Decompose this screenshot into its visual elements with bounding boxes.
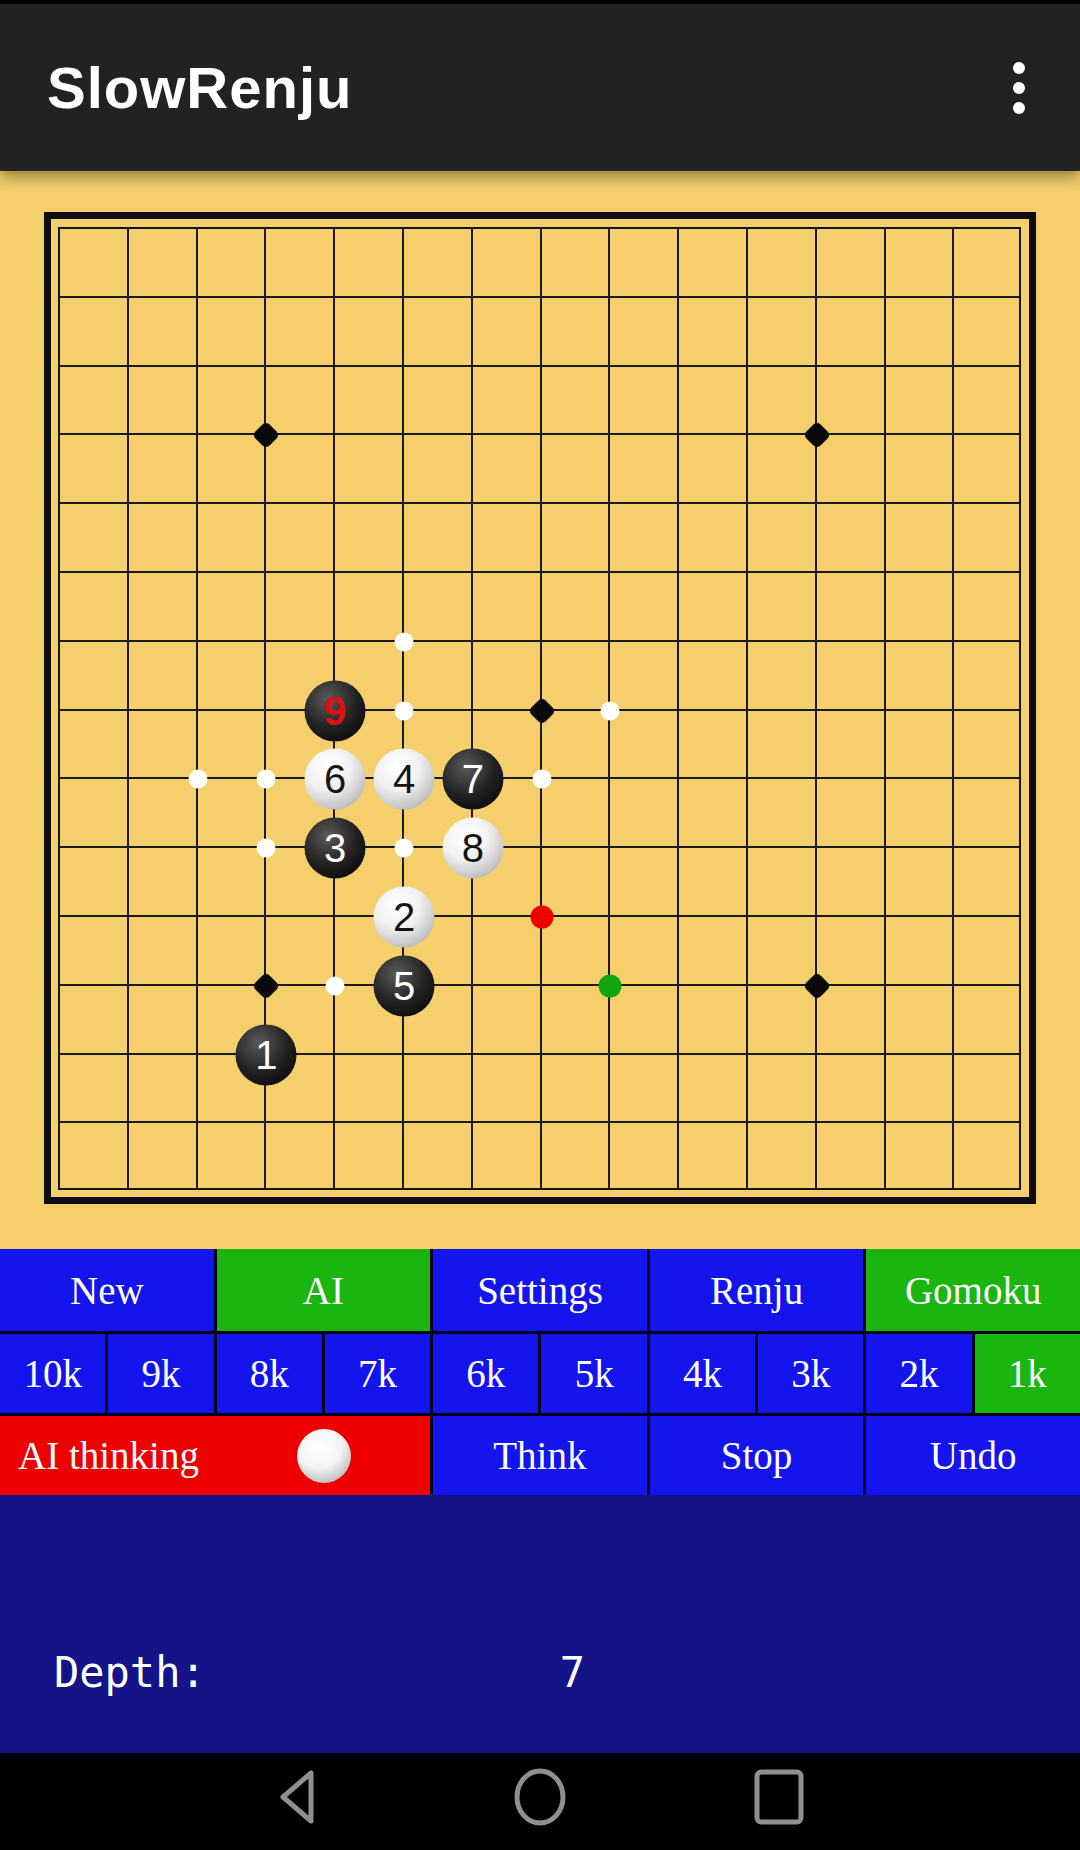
ai-red-dot	[530, 906, 553, 929]
button-think[interactable]: Think	[433, 1416, 647, 1495]
button-undo[interactable]: Undo	[866, 1416, 1080, 1495]
candidate-dot	[326, 976, 345, 995]
white-stone-icon	[297, 1429, 351, 1483]
button-settings[interactable]: Settings	[433, 1249, 647, 1331]
button-3k[interactable]: 3k	[758, 1334, 863, 1413]
candidate-dot	[257, 839, 276, 858]
stone-9-black: 9	[305, 680, 366, 741]
button-9k[interactable]: 9k	[108, 1334, 213, 1413]
android-nav-bar	[0, 1753, 1080, 1850]
stone-3-black: 3	[305, 818, 366, 879]
star-point	[252, 972, 280, 1000]
button-4k[interactable]: 4k	[650, 1334, 755, 1413]
back-icon[interactable]	[273, 1767, 327, 1831]
info-depth: Depth: 7	[54, 1641, 1080, 1704]
ai-green-dot	[599, 974, 622, 997]
button-stop[interactable]: Stop	[650, 1416, 864, 1495]
stone-2-white: 2	[374, 887, 435, 948]
app-title: SlowRenju	[47, 54, 352, 121]
kebab-menu-icon[interactable]	[999, 4, 1039, 171]
stone-1-black: 1	[236, 1024, 297, 1085]
stone-8-white: 8	[442, 818, 503, 879]
button-new[interactable]: New	[0, 1249, 214, 1331]
candidate-dot	[532, 770, 551, 789]
button-ai[interactable]: AI	[217, 1249, 431, 1331]
toolbar-row-strength: 10k9k8k7k6k5k4k3k2k1k	[0, 1331, 1080, 1413]
search-info-panel: Depth: 7 Evaluation: -2 Speed: 29082 Nod…	[0, 1495, 1080, 1753]
button-2k[interactable]: 2k	[866, 1334, 971, 1413]
button-7k[interactable]: 7k	[325, 1334, 430, 1413]
candidate-dot	[601, 701, 620, 720]
button-5k[interactable]: 5k	[541, 1334, 646, 1413]
button-gomoku[interactable]: Gomoku	[866, 1249, 1080, 1331]
toolbar-row-actions: AI thinking ThinkStopUndo	[0, 1413, 1080, 1495]
star-point	[803, 421, 831, 449]
board-grid[interactable]: 123456789	[58, 227, 1021, 1190]
candidate-dot	[395, 701, 414, 720]
star-point	[252, 421, 280, 449]
candidate-dot	[188, 770, 207, 789]
app-bar: SlowRenju	[0, 0, 1080, 171]
stone-5-black: 5	[374, 955, 435, 1016]
ai-status: AI thinking	[0, 1416, 430, 1495]
button-6k[interactable]: 6k	[433, 1334, 538, 1413]
home-icon[interactable]	[512, 1767, 568, 1831]
candidate-dot	[257, 770, 276, 789]
button-1k[interactable]: 1k	[975, 1334, 1080, 1413]
recents-icon[interactable]	[753, 1767, 805, 1831]
candidate-dot	[395, 632, 414, 651]
stone-4-white: 4	[374, 749, 435, 810]
stone-7-black: 7	[442, 749, 503, 810]
button-10k[interactable]: 10k	[0, 1334, 105, 1413]
star-point	[803, 972, 831, 1000]
stone-6-white: 6	[305, 749, 366, 810]
ai-status-label: AI thinking	[18, 1433, 199, 1478]
button-renju[interactable]: Renju	[650, 1249, 864, 1331]
button-8k[interactable]: 8k	[217, 1334, 322, 1413]
star-point	[527, 696, 555, 724]
toolbar-row-modes: NewAISettingsRenjuGomoku	[0, 1249, 1080, 1331]
candidate-dot	[395, 839, 414, 858]
renju-board[interactable]: 123456789	[44, 212, 1036, 1204]
